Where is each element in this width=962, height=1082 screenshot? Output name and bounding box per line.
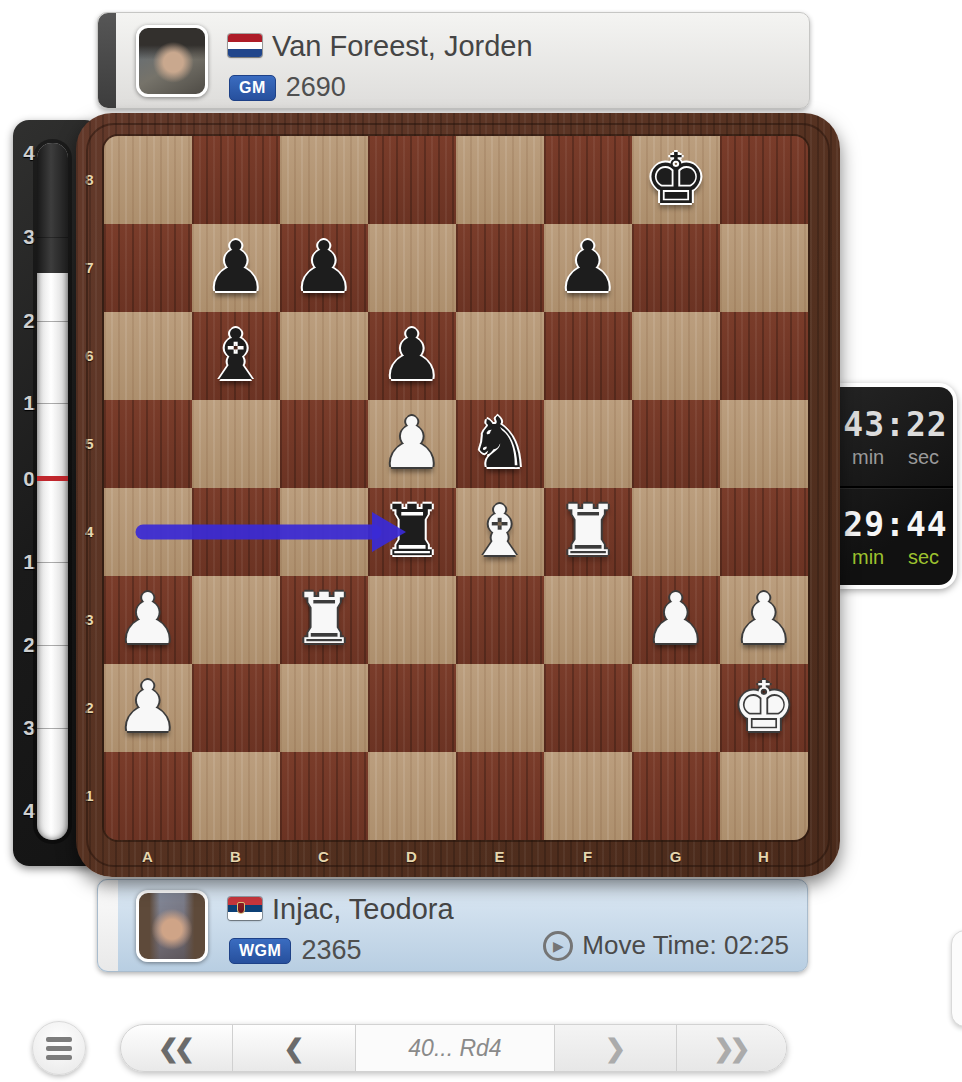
player-photo: [136, 890, 208, 962]
eval-black-section: [37, 143, 68, 273]
sec-label: sec: [908, 546, 939, 569]
clock-white-time: 29:44: [838, 505, 953, 544]
file-label: C: [280, 841, 368, 875]
square-d8[interactable]: [368, 136, 456, 224]
square-g4[interactable]: [632, 488, 720, 576]
square-a2[interactable]: ♟: [104, 664, 192, 752]
square-e1[interactable]: [456, 752, 544, 840]
square-g6[interactable]: [632, 312, 720, 400]
square-a1[interactable]: [104, 752, 192, 840]
square-a6[interactable]: [104, 312, 192, 400]
step-back-button[interactable]: ❮: [233, 1025, 356, 1071]
square-d3[interactable]: [368, 576, 456, 664]
rank-label: 2: [76, 664, 103, 752]
square-d5[interactable]: ♟: [368, 400, 456, 488]
square-e4[interactable]: ♝: [456, 488, 544, 576]
black-bishop[interactable]: ♝: [192, 312, 280, 400]
square-g1[interactable]: [632, 752, 720, 840]
sec-label: sec: [908, 446, 939, 469]
black-rook[interactable]: ♜: [368, 488, 456, 576]
min-label: min: [852, 446, 884, 469]
white-rook[interactable]: ♜: [544, 488, 632, 576]
square-e8[interactable]: [456, 136, 544, 224]
square-c3[interactable]: ♜: [280, 576, 368, 664]
square-h1[interactable]: [720, 752, 808, 840]
chess-board: 87654321 ABCDEFGH ♚♟♟♟♝♟♟♞♜♝♜♟♜♟♟♟♚: [76, 113, 840, 877]
rank-label: 4: [76, 488, 103, 576]
square-g8[interactable]: ♚: [632, 136, 720, 224]
clock-black-time: 43:22: [838, 405, 953, 444]
current-move-label: 40... Rd4: [356, 1025, 555, 1071]
square-c2[interactable]: [280, 664, 368, 752]
square-b1[interactable]: [192, 752, 280, 840]
step-forward-button[interactable]: ❯: [555, 1025, 677, 1071]
move-time-label: Move Time: 02:25: [582, 930, 789, 961]
file-label: H: [720, 841, 808, 875]
square-g5[interactable]: [632, 400, 720, 488]
board-squares: ♚♟♟♟♝♟♟♞♜♝♜♟♜♟♟♟♚: [104, 136, 808, 840]
square-e2[interactable]: [456, 664, 544, 752]
square-c4[interactable]: [280, 488, 368, 576]
player-photo: [136, 25, 208, 97]
card-spine: [98, 13, 116, 108]
serbia-flag: [228, 897, 262, 920]
square-f8[interactable]: [544, 136, 632, 224]
stopwatch-play-icon: ▶: [543, 931, 573, 961]
title-badge: GM: [229, 75, 276, 101]
player-name: Injac, Teodora: [272, 893, 454, 926]
black-pawn[interactable]: ♟: [192, 224, 280, 312]
serbia-emblem: [237, 902, 245, 914]
square-b6[interactable]: ♝: [192, 312, 280, 400]
eval-thermometer: [37, 143, 68, 840]
square-c7[interactable]: ♟: [280, 224, 368, 312]
player-card-black: Van Foreest, Jorden GM 2690: [97, 12, 810, 109]
rank-label: 6: [76, 312, 103, 400]
player-rating: 2690: [286, 72, 346, 103]
file-label: A: [104, 841, 192, 875]
square-f1[interactable]: [544, 752, 632, 840]
white-bishop[interactable]: ♝: [456, 488, 544, 576]
clock-black: 43:22 min sec: [838, 387, 953, 486]
white-pawn[interactable]: ♟: [632, 576, 720, 664]
square-f6[interactable]: [544, 312, 632, 400]
square-a7[interactable]: [104, 224, 192, 312]
square-c5[interactable]: [280, 400, 368, 488]
square-e3[interactable]: [456, 576, 544, 664]
eval-tick: [37, 645, 68, 646]
square-f4[interactable]: ♜: [544, 488, 632, 576]
player-card-white: Injac, Teodora WGM 2365 ▶ Move Time: 02:…: [97, 879, 808, 972]
jump-to-start-button[interactable]: ❮❮: [121, 1025, 233, 1071]
clock-white-active: 29:44 min sec: [838, 486, 953, 585]
square-h3[interactable]: ♟: [720, 576, 808, 664]
square-f3[interactable]: [544, 576, 632, 664]
white-pawn[interactable]: ♟: [368, 400, 456, 488]
square-e7[interactable]: [456, 224, 544, 312]
square-g3[interactable]: ♟: [632, 576, 720, 664]
player-rating: 2365: [301, 935, 361, 966]
black-pawn[interactable]: ♟: [368, 312, 456, 400]
menu-button[interactable]: [32, 1021, 86, 1075]
square-h5[interactable]: [720, 400, 808, 488]
square-c1[interactable]: [280, 752, 368, 840]
square-f2[interactable]: [544, 664, 632, 752]
hamburger-icon: [46, 1037, 72, 1042]
white-king[interactable]: ♚: [720, 664, 808, 752]
move-time: ▶ Move Time: 02:25: [543, 930, 789, 961]
square-b8[interactable]: [192, 136, 280, 224]
eval-tick: [37, 562, 68, 563]
rank-label: 1: [76, 752, 103, 840]
square-c6[interactable]: [280, 312, 368, 400]
square-d6[interactable]: ♟: [368, 312, 456, 400]
white-pawn[interactable]: ♟: [104, 664, 192, 752]
square-f7[interactable]: ♟: [544, 224, 632, 312]
white-pawn[interactable]: ♟: [104, 576, 192, 664]
file-label: F: [544, 841, 632, 875]
square-e5[interactable]: ♞: [456, 400, 544, 488]
square-h6[interactable]: [720, 312, 808, 400]
square-a5[interactable]: [104, 400, 192, 488]
black-pawn[interactable]: ♟: [280, 224, 368, 312]
clock-display: 43:22 min sec 29:44 min sec: [838, 387, 953, 585]
square-h2[interactable]: ♚: [720, 664, 808, 752]
square-b5[interactable]: [192, 400, 280, 488]
side-panel-tab[interactable]: [951, 930, 962, 1027]
file-label: B: [192, 841, 280, 875]
square-h7[interactable]: [720, 224, 808, 312]
jump-to-end-button[interactable]: ❯❯: [677, 1025, 787, 1071]
white-rook[interactable]: ♜: [280, 576, 368, 664]
netherlands-flag: [228, 34, 262, 57]
square-b3[interactable]: [192, 576, 280, 664]
card-spine: [98, 880, 118, 971]
square-g7[interactable]: [632, 224, 720, 312]
eval-tick: [37, 321, 68, 322]
min-label: min: [852, 546, 884, 569]
square-g2[interactable]: [632, 664, 720, 752]
square-h8[interactable]: [720, 136, 808, 224]
square-b2[interactable]: [192, 664, 280, 752]
file-label: D: [368, 841, 456, 875]
square-b4[interactable]: [192, 488, 280, 576]
square-a3[interactable]: ♟: [104, 576, 192, 664]
white-pawn[interactable]: ♟: [720, 576, 808, 664]
eval-tick: [37, 728, 68, 729]
black-king[interactable]: ♚: [632, 136, 720, 224]
file-label: G: [632, 841, 720, 875]
title-badge: WGM: [229, 938, 291, 964]
clock-panel: 43:22 min sec 29:44 min sec: [838, 383, 957, 589]
move-navigation: ❮❮ ❮ 40... Rd4 ❯ ❯❯: [120, 1024, 787, 1072]
square-d1[interactable]: [368, 752, 456, 840]
square-b7[interactable]: ♟: [192, 224, 280, 312]
player-name: Van Foreest, Jorden: [272, 30, 533, 63]
square-d2[interactable]: [368, 664, 456, 752]
square-f5[interactable]: [544, 400, 632, 488]
square-h4[interactable]: [720, 488, 808, 576]
square-d4[interactable]: ♜: [368, 488, 456, 576]
square-c8[interactable]: [280, 136, 368, 224]
eval-zero-line: [37, 476, 68, 481]
black-pawn[interactable]: ♟: [544, 224, 632, 312]
rank-label: 3: [76, 576, 103, 664]
square-a8[interactable]: [104, 136, 192, 224]
rank-label: 5: [76, 400, 103, 488]
broadcast-viewer: 432101234 43:22 min sec 29:44: [0, 0, 962, 1082]
file-label: E: [456, 841, 544, 875]
square-e6[interactable]: [456, 312, 544, 400]
black-knight[interactable]: ♞: [456, 400, 544, 488]
eval-tick: [37, 237, 68, 238]
square-d7[interactable]: [368, 224, 456, 312]
rank-label: 7: [76, 224, 103, 312]
square-a4[interactable]: [104, 488, 192, 576]
rank-label: 8: [76, 136, 103, 224]
eval-tick: [37, 403, 68, 404]
